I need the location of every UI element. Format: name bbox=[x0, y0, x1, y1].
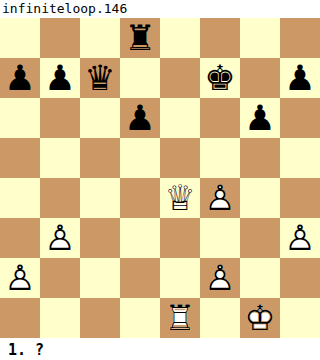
square-f3[interactable] bbox=[200, 218, 240, 258]
square-g5[interactable] bbox=[240, 138, 280, 178]
square-d4[interactable] bbox=[120, 178, 160, 218]
square-b3[interactable]: ♟♙ bbox=[40, 218, 80, 258]
square-f8[interactable] bbox=[200, 18, 240, 58]
square-b1[interactable] bbox=[40, 298, 80, 338]
square-b4[interactable] bbox=[40, 178, 80, 218]
square-g2[interactable] bbox=[240, 258, 280, 298]
piece-outline-layer: ♕ bbox=[160, 178, 200, 218]
square-e6[interactable] bbox=[160, 98, 200, 138]
white-pawn-piece[interactable]: ♟♙ bbox=[40, 218, 80, 258]
square-c7[interactable]: ♛ bbox=[80, 58, 120, 98]
black-pawn-piece[interactable]: ♟ bbox=[120, 98, 160, 138]
square-a8[interactable] bbox=[0, 18, 40, 58]
square-h3[interactable]: ♟♙ bbox=[280, 218, 320, 258]
square-h4[interactable] bbox=[280, 178, 320, 218]
square-e2[interactable] bbox=[160, 258, 200, 298]
square-a5[interactable] bbox=[0, 138, 40, 178]
square-d6[interactable]: ♟ bbox=[120, 98, 160, 138]
square-d2[interactable] bbox=[120, 258, 160, 298]
black-pawn-piece[interactable]: ♟ bbox=[280, 58, 320, 98]
square-b7[interactable]: ♟ bbox=[40, 58, 80, 98]
white-pawn-piece[interactable]: ♟♙ bbox=[0, 258, 40, 298]
square-g1[interactable]: ♚♔ bbox=[240, 298, 280, 338]
black-pawn-piece[interactable]: ♟ bbox=[0, 58, 40, 98]
black-king-piece[interactable]: ♚ bbox=[200, 58, 240, 98]
black-pawn-piece[interactable]: ♟ bbox=[40, 58, 80, 98]
piece-outline-layer: ♔ bbox=[240, 298, 280, 338]
square-c1[interactable] bbox=[80, 298, 120, 338]
square-d5[interactable] bbox=[120, 138, 160, 178]
white-pawn-piece[interactable]: ♟♙ bbox=[200, 258, 240, 298]
move-prompt: 1. ? bbox=[0, 338, 320, 360]
square-h1[interactable] bbox=[280, 298, 320, 338]
square-e1[interactable]: ♜♖ bbox=[160, 298, 200, 338]
square-e5[interactable] bbox=[160, 138, 200, 178]
black-queen-piece[interactable]: ♛ bbox=[80, 58, 120, 98]
black-rook-piece[interactable]: ♜ bbox=[120, 18, 160, 58]
square-d3[interactable] bbox=[120, 218, 160, 258]
square-c3[interactable] bbox=[80, 218, 120, 258]
square-a2[interactable]: ♟♙ bbox=[0, 258, 40, 298]
square-f7[interactable]: ♚ bbox=[200, 58, 240, 98]
square-g6[interactable]: ♟ bbox=[240, 98, 280, 138]
piece-outline-layer: ♙ bbox=[280, 218, 320, 258]
window-title: infiniteloop.146 bbox=[0, 0, 320, 18]
square-c6[interactable] bbox=[80, 98, 120, 138]
square-h5[interactable] bbox=[280, 138, 320, 178]
square-d8[interactable]: ♜ bbox=[120, 18, 160, 58]
square-g7[interactable] bbox=[240, 58, 280, 98]
square-f5[interactable] bbox=[200, 138, 240, 178]
piece-outline-layer: ♙ bbox=[200, 258, 240, 298]
square-d7[interactable] bbox=[120, 58, 160, 98]
square-g3[interactable] bbox=[240, 218, 280, 258]
square-f6[interactable] bbox=[200, 98, 240, 138]
chess-board: ♜♟♟♛♚♟♟♟♛♕♟♙♟♙♟♙♟♙♟♙♜♖♚♔ bbox=[0, 18, 320, 338]
square-e8[interactable] bbox=[160, 18, 200, 58]
square-g4[interactable] bbox=[240, 178, 280, 218]
square-e7[interactable] bbox=[160, 58, 200, 98]
square-e3[interactable] bbox=[160, 218, 200, 258]
square-c4[interactable] bbox=[80, 178, 120, 218]
square-f2[interactable]: ♟♙ bbox=[200, 258, 240, 298]
square-a1[interactable] bbox=[0, 298, 40, 338]
white-pawn-piece[interactable]: ♟♙ bbox=[200, 178, 240, 218]
white-king-piece[interactable]: ♚♔ bbox=[240, 298, 280, 338]
black-pawn-piece[interactable]: ♟ bbox=[240, 98, 280, 138]
piece-outline-layer: ♖ bbox=[160, 298, 200, 338]
square-f1[interactable] bbox=[200, 298, 240, 338]
square-b2[interactable] bbox=[40, 258, 80, 298]
white-pawn-piece[interactable]: ♟♙ bbox=[280, 218, 320, 258]
square-h6[interactable] bbox=[280, 98, 320, 138]
white-queen-piece[interactable]: ♛♕ bbox=[160, 178, 200, 218]
square-c8[interactable] bbox=[80, 18, 120, 58]
square-b5[interactable] bbox=[40, 138, 80, 178]
piece-outline-layer: ♙ bbox=[0, 258, 40, 298]
square-a4[interactable] bbox=[0, 178, 40, 218]
square-a7[interactable]: ♟ bbox=[0, 58, 40, 98]
square-f4[interactable]: ♟♙ bbox=[200, 178, 240, 218]
white-rook-piece[interactable]: ♜♖ bbox=[160, 298, 200, 338]
square-h7[interactable]: ♟ bbox=[280, 58, 320, 98]
square-h8[interactable] bbox=[280, 18, 320, 58]
square-c5[interactable] bbox=[80, 138, 120, 178]
piece-outline-layer: ♙ bbox=[40, 218, 80, 258]
square-d1[interactable] bbox=[120, 298, 160, 338]
square-b6[interactable] bbox=[40, 98, 80, 138]
square-b8[interactable] bbox=[40, 18, 80, 58]
square-g8[interactable] bbox=[240, 18, 280, 58]
square-e4[interactable]: ♛♕ bbox=[160, 178, 200, 218]
square-a6[interactable] bbox=[0, 98, 40, 138]
square-c2[interactable] bbox=[80, 258, 120, 298]
piece-outline-layer: ♙ bbox=[200, 178, 240, 218]
square-a3[interactable] bbox=[0, 218, 40, 258]
square-h2[interactable] bbox=[280, 258, 320, 298]
